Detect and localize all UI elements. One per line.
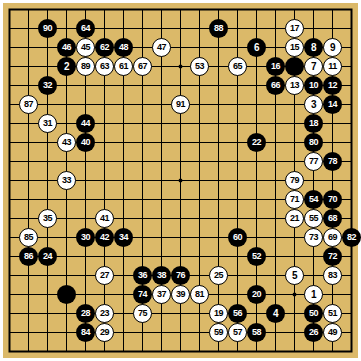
go-stone-black-handicap — [57, 285, 76, 304]
go-stone-white-move-9: 9 — [323, 38, 342, 57]
go-stone-white-move-35: 35 — [38, 209, 57, 228]
go-stone-black-move-28: 28 — [76, 304, 95, 323]
move-number-label: 23 — [100, 309, 109, 318]
move-number-label: 4 — [273, 309, 278, 319]
go-stone-black-move-22: 22 — [247, 133, 266, 152]
move-number-label: 20 — [252, 290, 261, 299]
go-stone-white-move-69: 69 — [323, 228, 342, 247]
go-stone-black-move-30: 30 — [76, 228, 95, 247]
go-stone-white-move-57: 57 — [228, 323, 247, 342]
move-number-label: 82 — [347, 233, 356, 242]
go-stone-white-move-91: 91 — [171, 95, 190, 114]
move-number-label: 22 — [252, 138, 261, 147]
move-number-label: 77 — [309, 157, 318, 166]
move-number-label: 14 — [328, 100, 337, 109]
go-stone-black-move-34: 34 — [114, 228, 133, 247]
move-number-label: 59 — [214, 328, 223, 337]
move-number-label: 78 — [328, 157, 337, 166]
go-stone-white-move-23: 23 — [95, 304, 114, 323]
move-number-label: 89 — [81, 62, 90, 71]
go-stone-black-move-38: 38 — [152, 266, 171, 285]
go-stone-black-move-52: 52 — [247, 247, 266, 266]
go-stone-white-move-75: 75 — [133, 304, 152, 323]
move-number-label: 66 — [271, 81, 280, 90]
go-stone-white-move-55: 55 — [304, 209, 323, 228]
move-number-label: 37 — [157, 290, 166, 299]
go-stone-black-move-56: 56 — [228, 304, 247, 323]
move-number-label: 64 — [81, 24, 90, 33]
move-number-label: 58 — [252, 328, 261, 337]
move-number-label: 49 — [328, 328, 337, 337]
move-number-label: 75 — [138, 309, 147, 318]
move-number-label: 62 — [100, 43, 109, 52]
move-number-label: 33 — [62, 176, 71, 185]
go-stone-white-move-51: 51 — [323, 304, 342, 323]
move-number-label: 42 — [100, 233, 109, 242]
go-stone-white-move-79: 79 — [285, 171, 304, 190]
go-stone-black-move-62: 62 — [95, 38, 114, 57]
go-stone-white-move-37: 37 — [152, 285, 171, 304]
move-number-label: 90 — [43, 24, 52, 33]
go-stone-black-move-42: 42 — [95, 228, 114, 247]
move-number-label: 16 — [271, 62, 280, 71]
move-number-label: 88 — [214, 24, 223, 33]
move-number-label: 38 — [157, 271, 166, 280]
go-stone-white-move-65: 65 — [228, 57, 247, 76]
move-number-label: 8 — [311, 43, 316, 53]
go-stone-black-move-72: 72 — [323, 247, 342, 266]
go-board: 1234567891011121314151617181920212223242… — [0, 0, 361, 361]
go-stone-black-move-44: 44 — [76, 114, 95, 133]
go-stone-white-move-87: 87 — [19, 95, 38, 114]
go-stone-white-move-59: 59 — [209, 323, 228, 342]
go-stone-black-move-20: 20 — [247, 285, 266, 304]
move-number-label: 10 — [309, 81, 318, 90]
go-stone-white-move-81: 81 — [190, 285, 209, 304]
move-number-label: 29 — [100, 328, 109, 337]
go-stone-white-move-27: 27 — [95, 266, 114, 285]
go-stone-black-move-2: 2 — [57, 57, 76, 76]
move-number-label: 71 — [290, 195, 299, 204]
move-number-label: 19 — [214, 309, 223, 318]
go-stone-white-move-15: 15 — [285, 38, 304, 57]
move-number-label: 61 — [119, 62, 128, 71]
go-stone-black-move-84: 84 — [76, 323, 95, 342]
go-stone-black-move-12: 12 — [323, 76, 342, 95]
go-stone-white-move-41: 41 — [95, 209, 114, 228]
go-stone-white-move-71: 71 — [285, 190, 304, 209]
move-number-label: 15 — [290, 43, 299, 52]
go-stone-black-move-68: 68 — [323, 209, 342, 228]
move-number-label: 72 — [328, 252, 337, 261]
go-stone-white-move-19: 19 — [209, 304, 228, 323]
move-number-label: 30 — [81, 233, 90, 242]
move-number-label: 52 — [252, 252, 261, 261]
move-number-label: 5 — [292, 271, 297, 281]
go-stone-black-move-64: 64 — [76, 19, 95, 38]
move-number-label: 11 — [328, 62, 337, 71]
go-stone-white-move-49: 49 — [323, 323, 342, 342]
go-stone-black-move-16: 16 — [266, 57, 285, 76]
move-number-label: 46 — [62, 43, 71, 52]
go-stone-white-move-3: 3 — [304, 95, 323, 114]
go-stone-black-move-4: 4 — [266, 304, 285, 323]
go-stone-white-move-89: 89 — [76, 57, 95, 76]
go-stone-black-move-54: 54 — [304, 190, 323, 209]
go-stone-black-move-50: 50 — [304, 304, 323, 323]
go-stone-black-move-74: 74 — [133, 285, 152, 304]
go-stone-white-move-61: 61 — [114, 57, 133, 76]
go-stone-white-move-7: 7 — [304, 57, 323, 76]
go-stone-white-move-13: 13 — [285, 76, 304, 95]
go-stone-white-move-11: 11 — [323, 57, 342, 76]
go-stone-white-move-29: 29 — [95, 323, 114, 342]
move-number-label: 41 — [100, 214, 109, 223]
move-number-label: 83 — [328, 271, 337, 280]
move-number-label: 9 — [330, 43, 335, 53]
move-number-label: 47 — [157, 43, 166, 52]
go-stone-black-move-36: 36 — [133, 266, 152, 285]
move-number-label: 54 — [309, 195, 318, 204]
move-number-label: 67 — [138, 62, 147, 71]
go-stone-white-move-45: 45 — [76, 38, 95, 57]
go-stone-white-move-83: 83 — [323, 266, 342, 285]
move-number-label: 91 — [176, 100, 185, 109]
go-stone-white-move-47: 47 — [152, 38, 171, 57]
go-stone-black-move-70: 70 — [323, 190, 342, 209]
move-number-label: 27 — [100, 271, 109, 280]
move-number-label: 81 — [195, 290, 204, 299]
go-stone-black-move-48: 48 — [114, 38, 133, 57]
go-stone-black-move-32: 32 — [38, 76, 57, 95]
move-number-label: 34 — [119, 233, 128, 242]
move-number-label: 60 — [233, 233, 242, 242]
go-stone-black-move-40: 40 — [76, 133, 95, 152]
move-number-label: 25 — [214, 271, 223, 280]
move-number-label: 18 — [309, 119, 318, 128]
move-number-label: 31 — [43, 119, 52, 128]
move-number-label: 69 — [328, 233, 337, 242]
go-stone-black-move-76: 76 — [171, 266, 190, 285]
move-number-label: 57 — [233, 328, 242, 337]
go-stone-white-move-73: 73 — [304, 228, 323, 247]
go-stone-white-move-63: 63 — [95, 57, 114, 76]
go-stone-white-move-1: 1 — [304, 285, 323, 304]
move-number-label: 1 — [311, 290, 316, 300]
go-stone-black-move-78: 78 — [323, 152, 342, 171]
move-number-label: 48 — [119, 43, 128, 52]
go-stone-white-move-17: 17 — [285, 19, 304, 38]
go-stone-white-move-67: 67 — [133, 57, 152, 76]
go-stone-black-handicap — [285, 57, 304, 76]
go-stone-white-move-21: 21 — [285, 209, 304, 228]
move-number-label: 35 — [43, 214, 52, 223]
move-number-label: 24 — [43, 252, 52, 261]
go-stone-black-move-86: 86 — [19, 247, 38, 266]
go-stone-white-move-39: 39 — [171, 285, 190, 304]
move-number-label: 68 — [328, 214, 337, 223]
move-number-label: 43 — [62, 138, 71, 147]
go-stone-black-move-66: 66 — [266, 76, 285, 95]
move-number-label: 40 — [81, 138, 90, 147]
move-number-label: 87 — [24, 100, 33, 109]
go-stone-black-move-90: 90 — [38, 19, 57, 38]
go-stone-black-move-8: 8 — [304, 38, 323, 57]
go-stone-black-move-58: 58 — [247, 323, 266, 342]
move-number-label: 17 — [290, 24, 299, 33]
go-stone-white-move-31: 31 — [38, 114, 57, 133]
move-number-label: 7 — [311, 62, 316, 72]
go-stone-black-move-24: 24 — [38, 247, 57, 266]
move-number-label: 21 — [290, 214, 299, 223]
go-stone-black-move-46: 46 — [57, 38, 76, 57]
go-stone-black-move-14: 14 — [323, 95, 342, 114]
move-number-label: 79 — [290, 176, 299, 185]
move-number-label: 12 — [328, 81, 337, 90]
move-number-label: 39 — [176, 290, 185, 299]
move-number-label: 50 — [309, 309, 318, 318]
go-stone-black-move-26: 26 — [304, 323, 323, 342]
move-number-label: 76 — [176, 271, 185, 280]
move-number-label: 80 — [309, 138, 318, 147]
move-number-label: 70 — [328, 195, 337, 204]
move-number-label: 28 — [81, 309, 90, 318]
move-number-label: 3 — [311, 100, 316, 110]
move-number-label: 6 — [254, 43, 259, 53]
move-number-label: 51 — [328, 309, 337, 318]
move-number-label: 55 — [309, 214, 318, 223]
move-number-label: 84 — [81, 328, 90, 337]
move-number-label: 74 — [138, 290, 147, 299]
move-number-label: 26 — [309, 328, 318, 337]
move-number-label: 36 — [138, 271, 147, 280]
move-number-label: 32 — [43, 81, 52, 90]
move-number-label: 63 — [100, 62, 109, 71]
go-stone-black-move-10: 10 — [304, 76, 323, 95]
go-stone-white-move-5: 5 — [285, 266, 304, 285]
go-stone-white-move-25: 25 — [209, 266, 228, 285]
go-stone-white-move-85: 85 — [19, 228, 38, 247]
move-number-label: 56 — [233, 309, 242, 318]
go-stone-black-move-18: 18 — [304, 114, 323, 133]
move-number-label: 44 — [81, 119, 90, 128]
go-stone-black-move-88: 88 — [209, 19, 228, 38]
go-stone-black-move-6: 6 — [247, 38, 266, 57]
move-number-label: 45 — [81, 43, 90, 52]
move-number-label: 85 — [24, 233, 33, 242]
go-stone-black-move-80: 80 — [304, 133, 323, 152]
move-number-label: 86 — [24, 252, 33, 261]
go-stone-white-move-43: 43 — [57, 133, 76, 152]
go-stone-black-move-82: 82 — [342, 228, 361, 247]
go-stone-black-move-60: 60 — [228, 228, 247, 247]
move-number-label: 73 — [309, 233, 318, 242]
move-number-label: 65 — [233, 62, 242, 71]
go-stone-white-move-33: 33 — [57, 171, 76, 190]
move-number-label: 53 — [195, 62, 204, 71]
go-stone-white-move-53: 53 — [190, 57, 209, 76]
move-number-label: 2 — [64, 62, 69, 72]
go-stone-white-move-77: 77 — [304, 152, 323, 171]
move-number-label: 13 — [290, 81, 299, 90]
